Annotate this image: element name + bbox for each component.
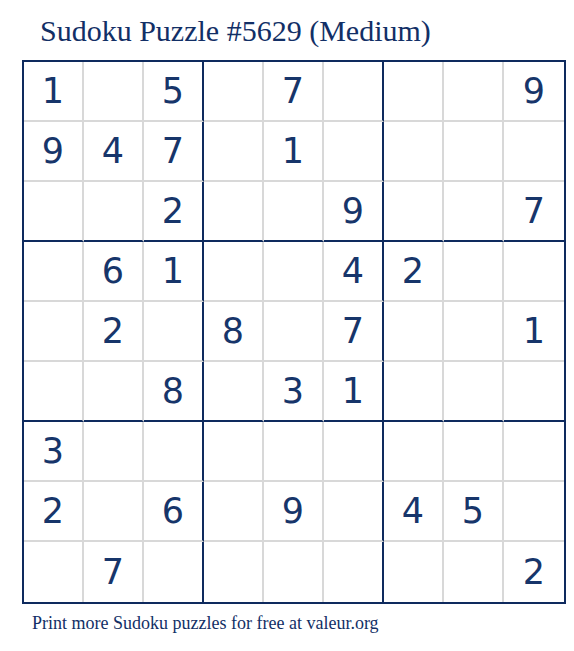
cell-r5c1: [24, 302, 84, 362]
cell-r8c6: [324, 482, 384, 542]
cell-r4c8: [444, 242, 504, 302]
cell-r5c2: 2: [84, 302, 144, 362]
cell-r3c6: 9: [324, 182, 384, 242]
cell-r8c3: 6: [144, 482, 204, 542]
cell-r1c6: [324, 62, 384, 122]
cell-r5c5: [264, 302, 324, 362]
cell-r5c9: 1: [504, 302, 564, 362]
cell-r8c4: [204, 482, 264, 542]
cell-r8c5: 9: [264, 482, 324, 542]
cell-r6c6: 1: [324, 362, 384, 422]
cell-r4c1: [24, 242, 84, 302]
cell-r6c8: [444, 362, 504, 422]
cell-r9c6: [324, 542, 384, 602]
cell-r1c7: [384, 62, 444, 122]
cell-r9c3: [144, 542, 204, 602]
cell-r2c1: 9: [24, 122, 84, 182]
cell-r3c9: 7: [504, 182, 564, 242]
cell-r2c7: [384, 122, 444, 182]
cell-r8c1: 2: [24, 482, 84, 542]
cell-r2c2: 4: [84, 122, 144, 182]
cell-r7c8: [444, 422, 504, 482]
cell-r8c9: [504, 482, 564, 542]
cell-r7c2: [84, 422, 144, 482]
cell-r5c8: [444, 302, 504, 362]
cell-r4c3: 1: [144, 242, 204, 302]
cell-r5c7: [384, 302, 444, 362]
cell-r5c4: 8: [204, 302, 264, 362]
cell-r3c7: [384, 182, 444, 242]
cell-r6c3: 8: [144, 362, 204, 422]
cell-r7c4: [204, 422, 264, 482]
cell-r7c5: [264, 422, 324, 482]
cell-r2c3: 7: [144, 122, 204, 182]
cell-r8c2: [84, 482, 144, 542]
cell-r7c7: [384, 422, 444, 482]
cell-r9c2: 7: [84, 542, 144, 602]
cell-r7c6: [324, 422, 384, 482]
cell-r1c5: 7: [264, 62, 324, 122]
cell-r7c9: [504, 422, 564, 482]
cell-r9c7: [384, 542, 444, 602]
cell-r4c6: 4: [324, 242, 384, 302]
cell-r5c3: [144, 302, 204, 362]
cell-r1c8: [444, 62, 504, 122]
cell-r6c1: [24, 362, 84, 422]
cell-r9c9: 2: [504, 542, 564, 602]
cell-r3c5: [264, 182, 324, 242]
cell-r4c4: [204, 242, 264, 302]
cell-r2c5: 1: [264, 122, 324, 182]
cell-r1c9: 9: [504, 62, 564, 122]
page-title: Sudoku Puzzle #5629 (Medium): [40, 14, 431, 48]
cell-r9c4: [204, 542, 264, 602]
cell-r5c6: 7: [324, 302, 384, 362]
cell-r2c9: [504, 122, 564, 182]
footer-text: Print more Sudoku puzzles for free at va…: [32, 613, 379, 634]
cell-r7c3: [144, 422, 204, 482]
cell-r2c4: [204, 122, 264, 182]
cell-r1c3: 5: [144, 62, 204, 122]
cell-r6c7: [384, 362, 444, 422]
cell-r6c4: [204, 362, 264, 422]
cell-r4c2: 6: [84, 242, 144, 302]
cell-r1c1: 1: [24, 62, 84, 122]
cell-r3c4: [204, 182, 264, 242]
cell-r4c7: 2: [384, 242, 444, 302]
cell-r3c8: [444, 182, 504, 242]
cell-r3c1: [24, 182, 84, 242]
cell-r1c4: [204, 62, 264, 122]
cell-r8c8: 5: [444, 482, 504, 542]
cell-r2c6: [324, 122, 384, 182]
cell-r7c1: 3: [24, 422, 84, 482]
cell-r9c1: [24, 542, 84, 602]
sudoku-grid: 157994712976142287183132694572: [22, 60, 566, 604]
cell-r6c5: 3: [264, 362, 324, 422]
cell-r4c5: [264, 242, 324, 302]
cell-r4c9: [504, 242, 564, 302]
cell-r1c2: [84, 62, 144, 122]
cell-r9c8: [444, 542, 504, 602]
cell-r9c5: [264, 542, 324, 602]
cell-r3c2: [84, 182, 144, 242]
cell-r2c8: [444, 122, 504, 182]
cell-r8c7: 4: [384, 482, 444, 542]
cell-r6c2: [84, 362, 144, 422]
cell-r3c3: 2: [144, 182, 204, 242]
cell-r6c9: [504, 362, 564, 422]
